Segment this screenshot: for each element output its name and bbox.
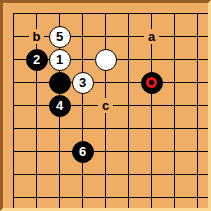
stone-white bbox=[95, 49, 117, 71]
stone-black-circled bbox=[141, 72, 163, 94]
circle-marker-icon bbox=[146, 77, 157, 88]
grid-hline bbox=[13, 82, 211, 83]
grid-hline bbox=[13, 197, 211, 198]
go-board-grid: bac521346 bbox=[0, 0, 211, 211]
stone-black-6: 6 bbox=[72, 141, 94, 163]
stone-black-2: 2 bbox=[26, 49, 48, 71]
grid-hline bbox=[13, 174, 211, 175]
grid-vline bbox=[174, 13, 175, 211]
grid-hline bbox=[13, 13, 211, 14]
stone-white-5: 5 bbox=[49, 26, 71, 48]
stone-black-4: 4 bbox=[49, 95, 71, 117]
grid-vline bbox=[128, 13, 129, 211]
go-board-diagram: bac521346 bbox=[0, 0, 211, 211]
grid-vline bbox=[82, 13, 83, 211]
stone-black bbox=[49, 72, 71, 94]
point-label-b: b bbox=[29, 29, 44, 44]
grid-hline bbox=[13, 151, 211, 152]
point-label-a: a bbox=[144, 29, 159, 44]
grid-vline bbox=[13, 13, 14, 211]
point-label-c: c bbox=[98, 98, 113, 113]
grid-hline bbox=[13, 128, 211, 129]
stone-white-3: 3 bbox=[72, 72, 94, 94]
grid-vline bbox=[197, 13, 198, 211]
stone-white-1: 1 bbox=[49, 49, 71, 71]
